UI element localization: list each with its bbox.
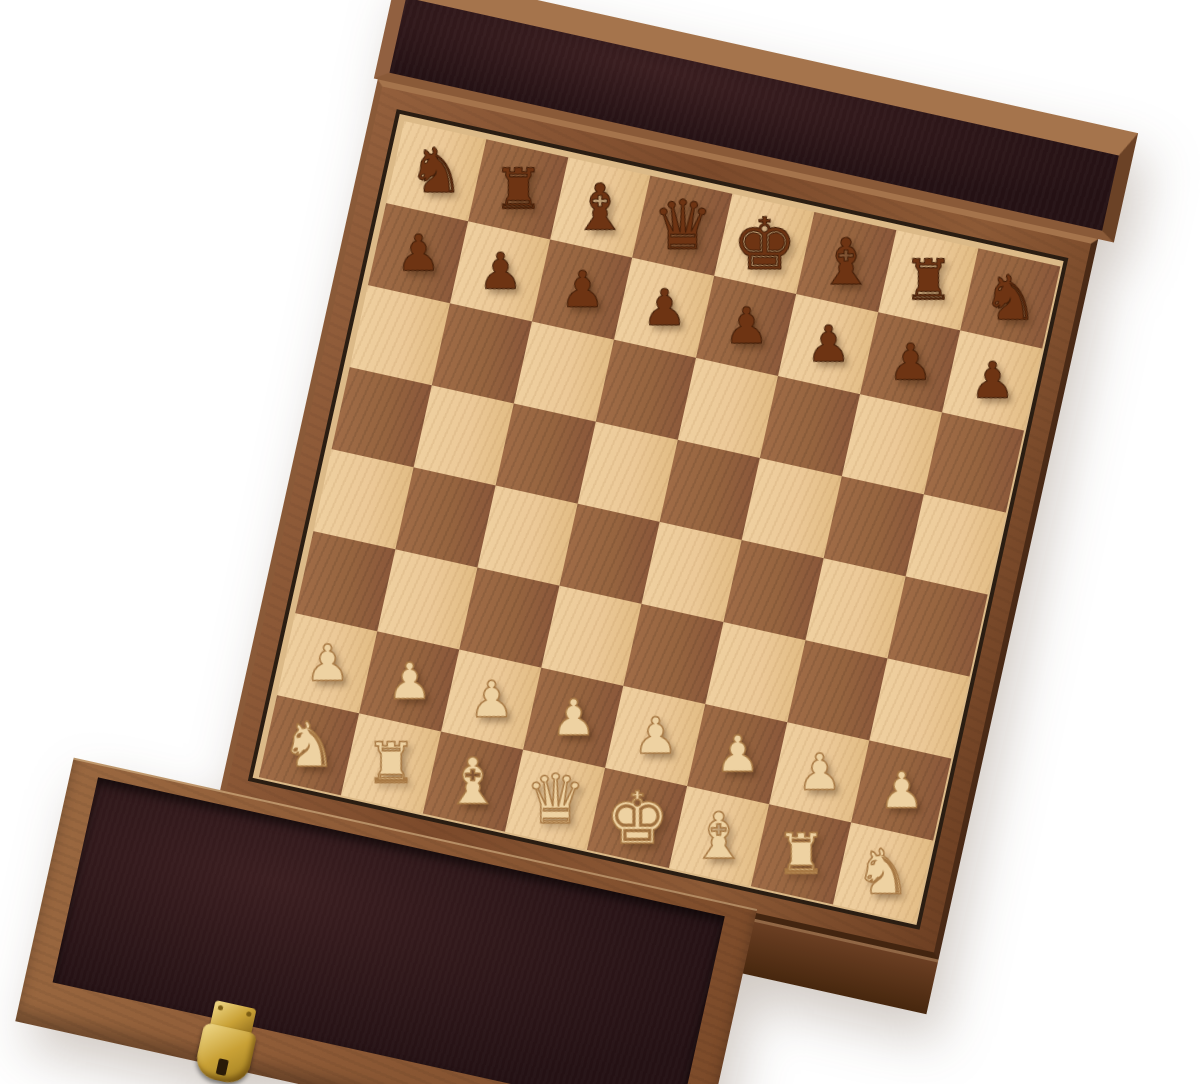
piece-black-king[interactable]: ♚ [732, 208, 797, 280]
piece-black-bishop[interactable]: ♝ [818, 230, 875, 294]
piece-black-pawn[interactable]: ♟ [478, 246, 523, 296]
piece-white-king[interactable]: ♚ [605, 782, 670, 854]
piece-white-bishop[interactable]: ♝ [690, 804, 747, 868]
piece-white-pawn[interactable]: ♟ [715, 729, 760, 779]
piece-white-rook[interactable]: ♜ [366, 735, 416, 791]
piece-white-knight[interactable]: ♞ [855, 842, 911, 904]
screw-icon [218, 1005, 224, 1011]
piece-white-pawn[interactable]: ♟ [551, 693, 596, 743]
piece-black-pawn[interactable]: ♟ [642, 283, 687, 333]
product-photo-stage: ♞♜♝♛♚♝♜♞♟♟♟♟♟♟♟♟♟♟♟♟♟♟♟♟♞♜♝♛♚♝♜♞ [0, 0, 1200, 1084]
piece-black-pawn[interactable]: ♟ [560, 265, 605, 315]
piece-black-pawn[interactable]: ♟ [970, 355, 1015, 405]
piece-white-pawn[interactable]: ♟ [469, 675, 514, 725]
piece-black-pawn[interactable]: ♟ [806, 319, 851, 369]
piece-white-pawn[interactable]: ♟ [305, 638, 350, 688]
piece-black-bishop[interactable]: ♝ [572, 176, 629, 240]
piece-black-pawn[interactable]: ♟ [724, 301, 769, 351]
chess-board: ♞♜♝♛♚♝♜♞♟♟♟♟♟♟♟♟♟♟♟♟♟♟♟♟♞♜♝♛♚♝♜♞ [259, 121, 1057, 922]
piece-white-knight[interactable]: ♞ [281, 714, 337, 776]
screw-icon [246, 1011, 252, 1017]
chess-set-box: ♞♜♝♛♚♝♜♞♟♟♟♟♟♟♟♟♟♟♟♟♟♟♟♟♞♜♝♛♚♝♜♞ [206, 0, 1123, 1014]
piece-black-rook[interactable]: ♜ [493, 161, 543, 217]
board-border-inlay: ♞♜♝♛♚♝♜♞♟♟♟♟♟♟♟♟♟♟♟♟♟♟♟♟♞♜♝♛♚♝♜♞ [248, 109, 1069, 930]
square-h1[interactable]: ♞ [833, 822, 933, 922]
piece-black-queen[interactable]: ♛ [652, 192, 713, 260]
piece-white-rook[interactable]: ♜ [776, 826, 826, 882]
piece-black-knight[interactable]: ♞ [982, 267, 1038, 329]
piece-white-pawn[interactable]: ♟ [633, 711, 678, 761]
piece-white-bishop[interactable]: ♝ [444, 750, 501, 814]
piece-white-pawn[interactable]: ♟ [387, 656, 432, 706]
piece-black-pawn[interactable]: ♟ [396, 228, 441, 278]
piece-white-pawn[interactable]: ♟ [879, 765, 924, 815]
piece-black-knight[interactable]: ♞ [408, 140, 464, 202]
piece-white-queen[interactable]: ♛ [525, 766, 586, 834]
piece-black-pawn[interactable]: ♟ [888, 337, 933, 387]
piece-black-rook[interactable]: ♜ [903, 252, 953, 308]
piece-white-pawn[interactable]: ♟ [797, 747, 842, 797]
